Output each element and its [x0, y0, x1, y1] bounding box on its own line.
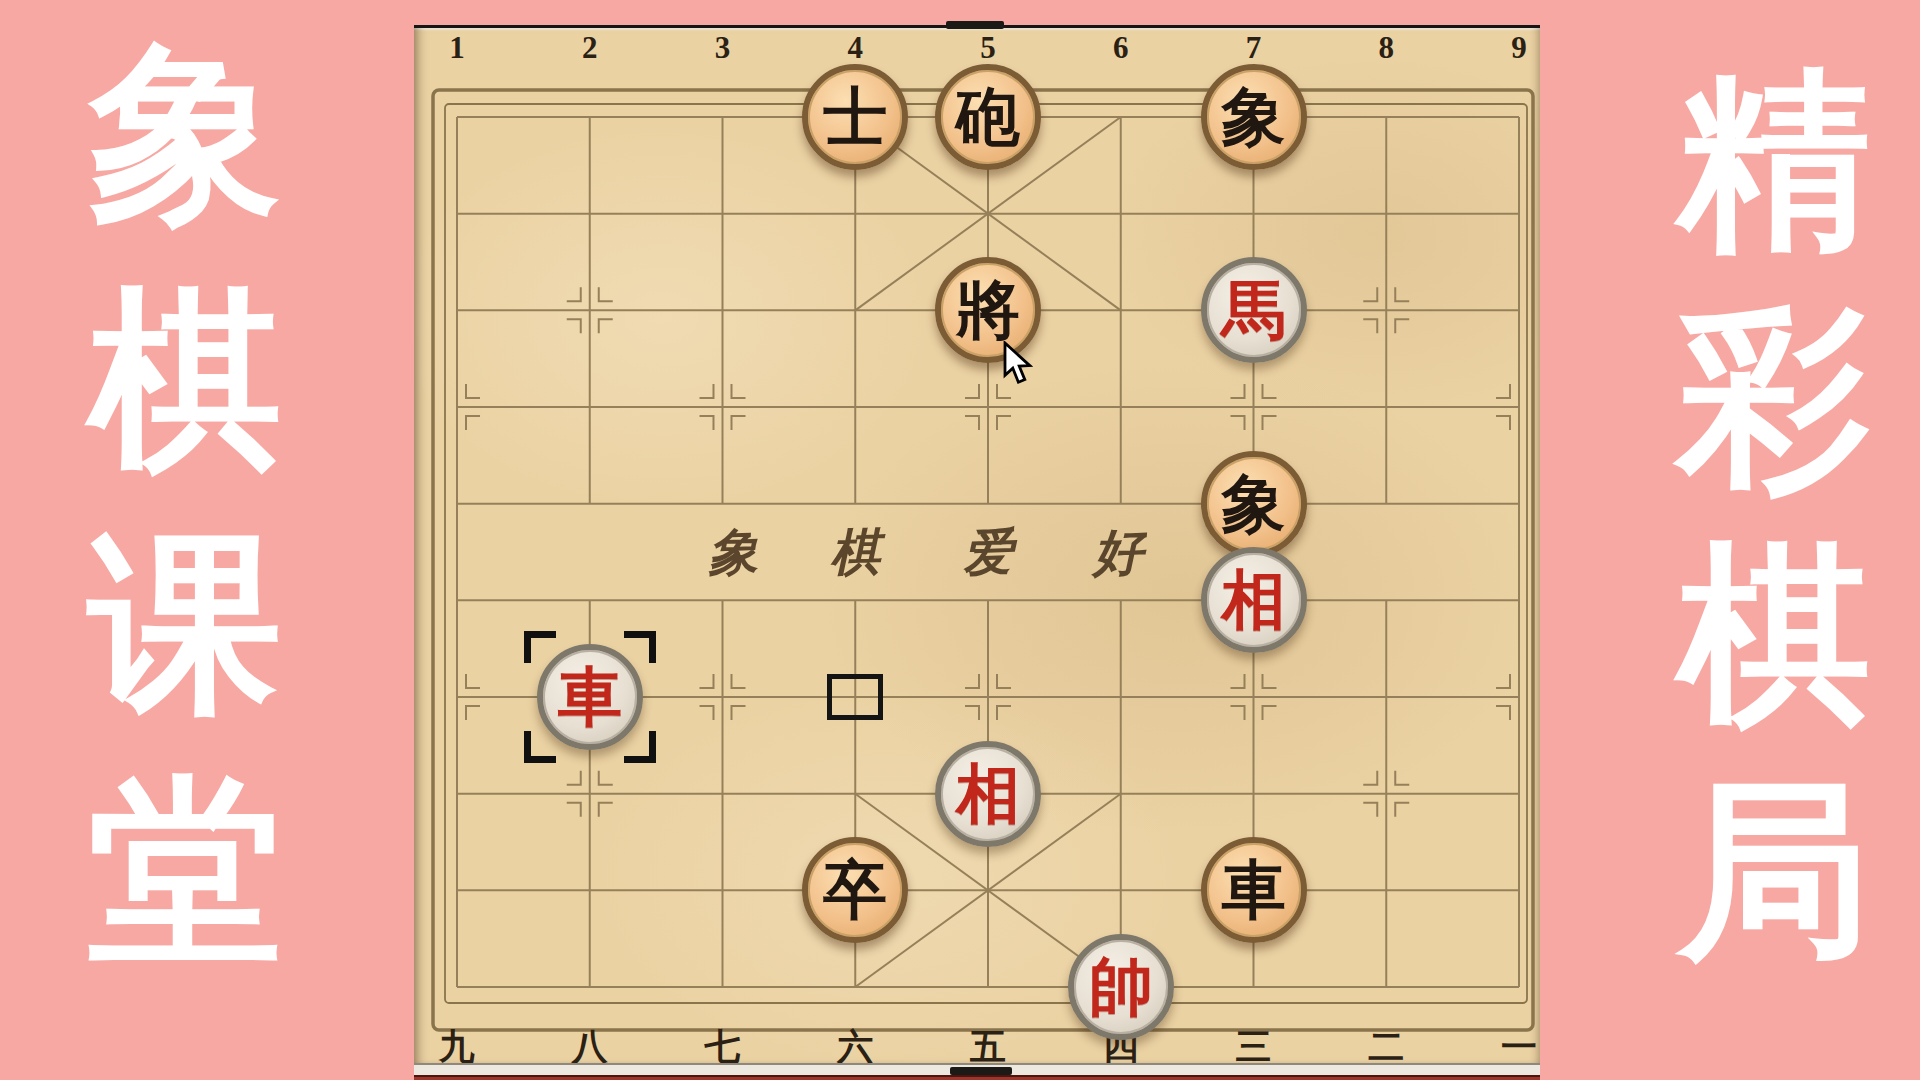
piece-glyph: 將 — [956, 278, 1020, 342]
piece-red-general[interactable]: 帥 — [1068, 934, 1174, 1040]
bottom-bar-fragment — [950, 1067, 1012, 1075]
piece-black-advisor[interactable]: 士 — [802, 64, 908, 170]
banner-character: 精 — [1678, 64, 1871, 257]
column-label-top: 4 — [848, 30, 864, 66]
piece-glyph: 帥 — [1089, 955, 1153, 1019]
column-label-top: 3 — [715, 30, 731, 66]
piece-black-elephant[interactable]: 象 — [1201, 64, 1307, 170]
left-banner: 象棋课堂 — [0, 0, 414, 1080]
xiangqi-board[interactable]: 123456789九八七六五四三二一象棋爱好士砲象將馬象相車相卒車帥 — [414, 28, 1540, 1063]
river-watermark: 爱 — [962, 519, 1014, 588]
move-origin-marker — [827, 674, 883, 720]
column-label-top: 2 — [582, 30, 598, 66]
river-watermark: 棋 — [829, 519, 881, 588]
column-label-top: 9 — [1511, 30, 1527, 66]
banner-character: 彩 — [1678, 301, 1871, 494]
screenshot-stage: 象棋课堂 精彩棋局 123456789九八七六五四三二一象棋爱好士砲象將馬象相車… — [0, 0, 1920, 1080]
selection-brackets — [524, 631, 656, 763]
selection-bracket-corner — [624, 731, 656, 763]
piece-black-elephant[interactable]: 象 — [1201, 451, 1307, 557]
piece-red-elephant[interactable]: 相 — [1201, 547, 1307, 653]
banner-character: 棋 — [1678, 538, 1871, 731]
video-bottom-bar — [414, 1063, 1540, 1075]
right-banner: 精彩棋局 — [1540, 0, 1920, 1080]
column-label-top: 8 — [1379, 30, 1395, 66]
piece-red-elephant[interactable]: 相 — [935, 741, 1041, 847]
board-video-frame: 123456789九八七六五四三二一象棋爱好士砲象將馬象相車相卒車帥 — [414, 25, 1540, 1080]
piece-glyph: 卒 — [823, 858, 887, 922]
piece-glyph: 士 — [823, 85, 887, 149]
column-label-top: 7 — [1246, 30, 1262, 66]
column-label-top: 5 — [980, 30, 996, 66]
piece-black-chariot[interactable]: 車 — [1201, 837, 1307, 943]
column-label-top: 6 — [1113, 30, 1129, 66]
selection-bracket-corner — [524, 731, 556, 763]
selection-bracket-corner — [624, 631, 656, 663]
column-label-top: 1 — [449, 30, 465, 66]
banner-character: 局 — [1678, 775, 1871, 968]
piece-glyph: 馬 — [1222, 278, 1286, 342]
river-watermark: 好 — [1092, 519, 1144, 588]
river-watermark: 象 — [706, 519, 758, 588]
top-edge-fragment — [946, 21, 1004, 29]
video-bottom-red-line — [414, 1075, 1540, 1080]
selection-bracket-corner — [524, 631, 556, 663]
banner-character: 堂 — [89, 773, 282, 966]
piece-glyph: 象 — [1222, 472, 1286, 536]
banner-character: 象 — [89, 38, 282, 231]
piece-glyph: 車 — [1222, 858, 1286, 922]
piece-glyph: 相 — [1222, 568, 1286, 632]
mouse-cursor-icon — [1002, 341, 1036, 385]
piece-glyph: 砲 — [956, 85, 1020, 149]
piece-glyph: 相 — [956, 762, 1020, 826]
piece-glyph: 象 — [1222, 85, 1286, 149]
piece-red-horse[interactable]: 馬 — [1201, 257, 1307, 363]
banner-character: 棋 — [89, 283, 282, 476]
banner-character: 课 — [89, 528, 282, 721]
piece-black-cannon[interactable]: 砲 — [935, 64, 1041, 170]
piece-black-soldier[interactable]: 卒 — [802, 837, 908, 943]
